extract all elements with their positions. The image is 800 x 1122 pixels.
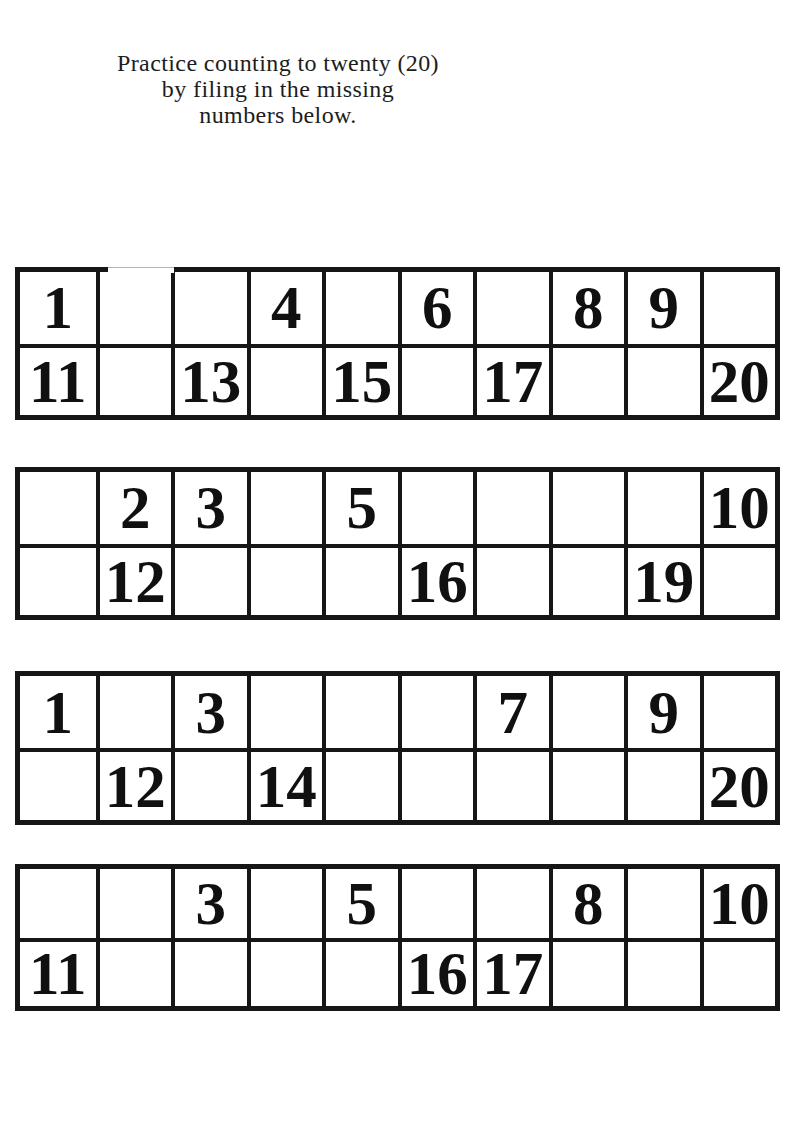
blank-answer-cell-18[interactable]: [549, 544, 625, 616]
given-number-cell-7: 7: [473, 676, 549, 748]
blank-answer-cell-6[interactable]: [398, 472, 474, 544]
blank-answer-cell-6[interactable]: [398, 869, 474, 938]
blank-answer-cell-8[interactable]: [549, 472, 625, 544]
number-grid-4: 35810111617: [15, 864, 780, 1011]
blank-answer-cell-13[interactable]: [171, 748, 247, 820]
given-number-cell-9: 9: [624, 272, 700, 344]
number-grid-3: 1379121420: [15, 671, 780, 825]
blank-answer-cell-5[interactable]: [322, 272, 398, 344]
given-number-cell-3: 3: [171, 472, 247, 544]
blank-answer-cell-4[interactable]: [247, 472, 323, 544]
blank-answer-cell-11[interactable]: [20, 544, 96, 616]
given-number-cell-1: 1: [20, 272, 96, 344]
blank-answer-cell-10[interactable]: [700, 272, 776, 344]
blank-answer-cell-3[interactable]: [171, 272, 247, 344]
blank-answer-cell-15[interactable]: [322, 544, 398, 616]
blank-answer-cell-16[interactable]: [398, 344, 474, 416]
blank-answer-cell-18[interactable]: [549, 748, 625, 820]
given-number-cell-5: 5: [322, 869, 398, 938]
given-number-cell-14: 14: [247, 748, 323, 820]
worksheet-title: Practice counting to twenty (20) by fili…: [0, 50, 556, 128]
given-number-cell-17: 17: [473, 344, 549, 416]
title-line-1: Practice counting to twenty (20): [0, 50, 556, 76]
given-number-cell-13: 13: [171, 344, 247, 416]
blank-answer-cell-5[interactable]: [322, 676, 398, 748]
number-grid-1: 146891113151720: [15, 267, 780, 420]
blank-answer-cell-15[interactable]: [322, 748, 398, 820]
given-number-cell-5: 5: [322, 472, 398, 544]
given-number-cell-8: 8: [549, 272, 625, 344]
blank-answer-cell-4[interactable]: [247, 869, 323, 938]
given-number-cell-15: 15: [322, 344, 398, 416]
title-line-3: numbers below.: [0, 102, 556, 128]
blank-answer-cell-2[interactable]: [96, 869, 172, 938]
blank-answer-cell-17[interactable]: [473, 748, 549, 820]
given-number-cell-16: 16: [398, 938, 474, 1007]
given-number-cell-8: 8: [549, 869, 625, 938]
blank-answer-cell-6[interactable]: [398, 676, 474, 748]
blank-answer-cell-14[interactable]: [247, 544, 323, 616]
blank-answer-cell-20[interactable]: [700, 544, 776, 616]
blank-answer-cell-1[interactable]: [20, 869, 96, 938]
blank-answer-cell-15[interactable]: [322, 938, 398, 1007]
blank-answer-cell-16[interactable]: [398, 748, 474, 820]
given-number-cell-17: 17: [473, 938, 549, 1007]
blank-answer-cell-7[interactable]: [473, 472, 549, 544]
blank-answer-cell-14[interactable]: [247, 344, 323, 416]
blank-answer-cell-11[interactable]: [20, 748, 96, 820]
blank-answer-cell-7[interactable]: [473, 869, 549, 938]
blank-answer-cell-14[interactable]: [247, 938, 323, 1007]
given-number-cell-3: 3: [171, 869, 247, 938]
blank-answer-cell-8[interactable]: [549, 676, 625, 748]
given-number-cell-9: 9: [624, 676, 700, 748]
blank-answer-cell-1[interactable]: [20, 472, 96, 544]
given-number-cell-10: 10: [700, 472, 776, 544]
number-grid-2: 23510121619: [15, 467, 780, 620]
blank-answer-cell-9[interactable]: [624, 472, 700, 544]
given-number-cell-3: 3: [171, 676, 247, 748]
blank-answer-cell-12[interactable]: [96, 938, 172, 1007]
blank-answer-cell-13[interactable]: [171, 544, 247, 616]
blank-answer-cell-7[interactable]: [473, 272, 549, 344]
blank-answer-cell-4[interactable]: [247, 676, 323, 748]
blank-answer-cell-2[interactable]: [96, 676, 172, 748]
given-number-cell-2: 2: [96, 472, 172, 544]
given-number-cell-20: 20: [700, 344, 776, 416]
given-number-cell-19: 19: [624, 544, 700, 616]
given-number-cell-10: 10: [700, 869, 776, 938]
given-number-cell-20: 20: [700, 748, 776, 820]
given-number-cell-6: 6: [398, 272, 474, 344]
given-number-cell-4: 4: [247, 272, 323, 344]
given-number-cell-12: 12: [96, 748, 172, 820]
blank-answer-cell-9[interactable]: [624, 869, 700, 938]
given-number-cell-11: 11: [20, 938, 96, 1007]
blank-answer-cell-20[interactable]: [700, 938, 776, 1007]
blank-answer-cell-19[interactable]: [624, 344, 700, 416]
given-number-cell-11: 11: [20, 344, 96, 416]
blank-answer-cell-18[interactable]: [549, 938, 625, 1007]
top-border-scan-gap: [108, 267, 174, 273]
blank-answer-cell-10[interactable]: [700, 676, 776, 748]
blank-answer-cell-12[interactable]: [96, 344, 172, 416]
worksheet-page: Practice counting to twenty (20) by fili…: [0, 0, 800, 1122]
title-line-2: by filing in the missing: [0, 76, 556, 102]
given-number-cell-1: 1: [20, 676, 96, 748]
blank-answer-cell-2[interactable]: [96, 272, 172, 344]
blank-answer-cell-17[interactable]: [473, 544, 549, 616]
given-number-cell-16: 16: [398, 544, 474, 616]
blank-answer-cell-19[interactable]: [624, 938, 700, 1007]
blank-answer-cell-19[interactable]: [624, 748, 700, 820]
blank-answer-cell-18[interactable]: [549, 344, 625, 416]
given-number-cell-12: 12: [96, 544, 172, 616]
blank-answer-cell-13[interactable]: [171, 938, 247, 1007]
